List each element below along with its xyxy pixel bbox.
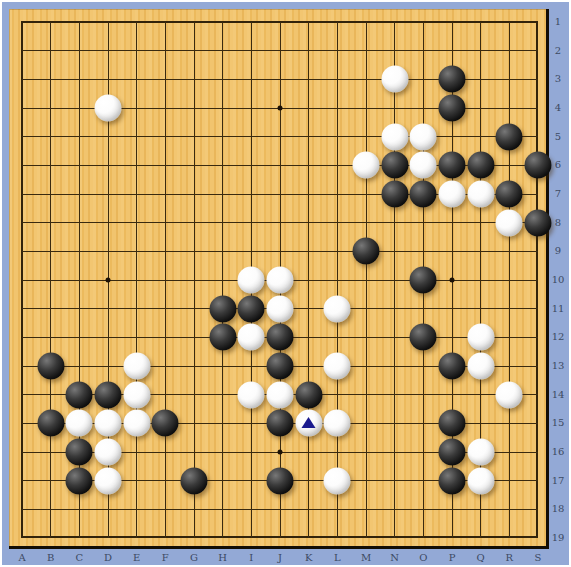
grid-line: [22, 509, 538, 510]
row-label-13: 13: [547, 359, 569, 373]
star-point: [450, 278, 455, 283]
stone-white-O5: [410, 123, 437, 150]
star-point: [278, 450, 283, 455]
last-move-triangle-marker: [302, 417, 316, 428]
stone-white-L17: [324, 467, 351, 494]
stone-black-O12: [410, 324, 437, 351]
row-label-17: 17: [547, 474, 569, 488]
row-label-18: 18: [547, 502, 569, 516]
stone-black-B13: [37, 353, 64, 380]
go-board[interactable]: [9, 9, 549, 549]
col-label-K: K: [298, 551, 320, 565]
stone-white-J14: [267, 381, 294, 408]
col-label-B: B: [40, 551, 62, 565]
stone-white-J10: [267, 267, 294, 294]
col-label-N: N: [384, 551, 406, 565]
row-label-2: 2: [547, 44, 569, 58]
row-label-19: 19: [547, 531, 569, 545]
stone-black-C14: [66, 381, 93, 408]
stone-black-O10: [410, 267, 437, 294]
col-label-I: I: [240, 551, 262, 565]
stone-white-P7: [439, 181, 466, 208]
stone-white-D16: [95, 439, 122, 466]
stone-black-P13: [439, 353, 466, 380]
stone-white-I12: [238, 324, 265, 351]
grid-line: [337, 22, 338, 538]
col-label-F: F: [154, 551, 176, 565]
row-label-7: 7: [547, 187, 569, 201]
stone-white-Q16: [467, 439, 494, 466]
stone-black-P17: [439, 467, 466, 494]
stone-white-Q17: [467, 467, 494, 494]
stone-black-J15: [267, 410, 294, 437]
col-label-P: P: [441, 551, 463, 565]
stone-white-Q7: [467, 181, 494, 208]
go-game-window: ABCDEFGHIJKLMNOPQRS123456789101112131415…: [0, 0, 571, 567]
row-label-9: 9: [547, 244, 569, 258]
stone-white-R14: [496, 381, 523, 408]
stone-white-E14: [123, 381, 150, 408]
col-label-S: S: [527, 551, 549, 565]
stone-black-J12: [267, 324, 294, 351]
grid-line: [509, 22, 510, 538]
stone-white-C15: [66, 410, 93, 437]
stone-white-O6: [410, 152, 437, 179]
stone-black-J17: [267, 467, 294, 494]
stone-black-Q6: [467, 152, 494, 179]
grid-line: [366, 22, 367, 538]
stone-black-M9: [353, 238, 380, 265]
row-label-11: 11: [547, 302, 569, 316]
col-label-L: L: [326, 551, 348, 565]
stone-white-L13: [324, 353, 351, 380]
stone-white-L11: [324, 295, 351, 322]
col-label-E: E: [126, 551, 148, 565]
stone-black-H12: [209, 324, 236, 351]
row-label-5: 5: [547, 130, 569, 144]
stone-black-P6: [439, 152, 466, 179]
col-label-G: G: [183, 551, 205, 565]
col-label-H: H: [212, 551, 234, 565]
stone-white-J11: [267, 295, 294, 322]
stone-white-Q12: [467, 324, 494, 351]
stone-white-L15: [324, 410, 351, 437]
stone-black-S8: [525, 209, 552, 236]
star-point: [278, 106, 283, 111]
col-label-D: D: [97, 551, 119, 565]
stone-black-N7: [381, 181, 408, 208]
stone-white-K15: [295, 410, 322, 437]
stone-black-H11: [209, 295, 236, 322]
row-label-14: 14: [547, 388, 569, 402]
stone-white-M6: [353, 152, 380, 179]
stone-black-P3: [439, 66, 466, 93]
col-label-M: M: [355, 551, 377, 565]
row-label-16: 16: [547, 445, 569, 459]
stone-white-N5: [381, 123, 408, 150]
stone-black-O7: [410, 181, 437, 208]
stone-black-D14: [95, 381, 122, 408]
stone-black-P4: [439, 95, 466, 122]
row-label-10: 10: [547, 273, 569, 287]
col-label-C: C: [68, 551, 90, 565]
stone-white-D4: [95, 95, 122, 122]
stone-black-R7: [496, 181, 523, 208]
stone-white-R8: [496, 209, 523, 236]
row-label-4: 4: [547, 101, 569, 115]
stone-white-D17: [95, 467, 122, 494]
col-label-O: O: [412, 551, 434, 565]
grid-line: [394, 22, 395, 538]
col-label-R: R: [498, 551, 520, 565]
stone-black-J13: [267, 353, 294, 380]
stone-white-N3: [381, 66, 408, 93]
stone-white-E13: [123, 353, 150, 380]
stone-white-E15: [123, 410, 150, 437]
col-label-J: J: [269, 551, 291, 565]
stone-white-I10: [238, 267, 265, 294]
stone-black-P15: [439, 410, 466, 437]
grid-line: [308, 22, 309, 538]
stone-black-I11: [238, 295, 265, 322]
row-label-15: 15: [547, 416, 569, 430]
star-point: [106, 278, 111, 283]
stone-white-I14: [238, 381, 265, 408]
row-label-3: 3: [547, 72, 569, 86]
stone-black-P16: [439, 439, 466, 466]
row-label-1: 1: [547, 15, 569, 29]
stone-black-F15: [152, 410, 179, 437]
stone-black-R5: [496, 123, 523, 150]
stone-black-G17: [181, 467, 208, 494]
col-label-A: A: [11, 551, 33, 565]
stone-white-Q13: [467, 353, 494, 380]
row-label-12: 12: [547, 330, 569, 344]
stone-black-N6: [381, 152, 408, 179]
stone-black-C17: [66, 467, 93, 494]
stone-black-S6: [525, 152, 552, 179]
stone-white-D15: [95, 410, 122, 437]
col-label-Q: Q: [470, 551, 492, 565]
stone-black-C16: [66, 439, 93, 466]
stone-black-K14: [295, 381, 322, 408]
stone-black-B15: [37, 410, 64, 437]
